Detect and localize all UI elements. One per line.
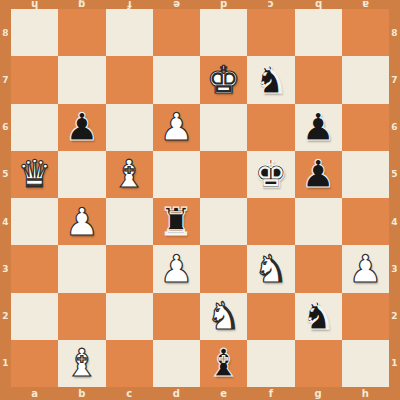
square-f2[interactable]	[247, 293, 294, 340]
file-label-top-b: b	[295, 0, 342, 9]
square-c4[interactable]	[106, 198, 153, 245]
square-g1[interactable]	[295, 340, 342, 387]
square-b3[interactable]	[58, 245, 105, 292]
chessboard: ♚︎♞︎♟︎♟︎♟︎♛︎♝︎♚︎♟︎♟︎♜︎♟︎♞︎♟︎♞︎♞︎♝︎♝︎ hgf…	[0, 0, 400, 400]
rank-label-left-2: 2	[0, 293, 11, 340]
square-a3[interactable]	[11, 245, 58, 292]
square-b4[interactable]: ♟︎	[58, 198, 105, 245]
square-e7[interactable]: ♚︎	[200, 56, 247, 103]
rank-label-right-4: 4	[389, 198, 400, 245]
square-d2[interactable]	[153, 293, 200, 340]
square-b1[interactable]: ♝︎	[58, 340, 105, 387]
rank-label-left-8: 8	[0, 9, 11, 56]
square-a8[interactable]	[11, 9, 58, 56]
square-h6[interactable]	[342, 104, 389, 151]
file-label-h: h	[342, 387, 389, 400]
square-c8[interactable]	[106, 9, 153, 56]
piece-black-knight[interactable]: ♞︎	[301, 297, 335, 335]
square-g5[interactable]: ♟︎	[295, 151, 342, 198]
square-g3[interactable]	[295, 245, 342, 292]
square-a7[interactable]	[11, 56, 58, 103]
file-label-top-d: d	[200, 0, 247, 9]
square-f1[interactable]	[247, 340, 294, 387]
rank-label-right-2: 2	[389, 293, 400, 340]
piece-black-pawn[interactable]: ♟︎	[301, 155, 335, 193]
square-h4[interactable]	[342, 198, 389, 245]
rank-label-left-4: 4	[0, 198, 11, 245]
rank-labels-left: 87654321	[0, 9, 11, 387]
square-c6[interactable]	[106, 104, 153, 151]
file-label-top-h: h	[11, 0, 58, 9]
square-h5[interactable]	[342, 151, 389, 198]
square-c2[interactable]	[106, 293, 153, 340]
square-f6[interactable]	[247, 104, 294, 151]
rank-label-right-5: 5	[389, 151, 400, 198]
piece-black-bishop[interactable]: ♝︎	[207, 344, 241, 382]
file-label-top-g: g	[58, 0, 105, 9]
piece-white-knight[interactable]: ♞︎	[254, 250, 288, 288]
square-d7[interactable]	[153, 56, 200, 103]
rank-label-right-6: 6	[389, 104, 400, 151]
square-h8[interactable]	[342, 9, 389, 56]
file-label-top-f: f	[106, 0, 153, 9]
square-a5[interactable]: ♛︎	[11, 151, 58, 198]
square-b8[interactable]	[58, 9, 105, 56]
square-h2[interactable]	[342, 293, 389, 340]
file-label-a: a	[11, 387, 58, 400]
square-f5[interactable]: ♚︎	[247, 151, 294, 198]
rank-label-right-8: 8	[389, 9, 400, 56]
square-e8[interactable]	[200, 9, 247, 56]
square-g2[interactable]: ♞︎	[295, 293, 342, 340]
square-b7[interactable]	[58, 56, 105, 103]
file-label-top-a: a	[342, 0, 389, 9]
rank-label-left-5: 5	[0, 151, 11, 198]
file-label-e: e	[200, 387, 247, 400]
piece-black-king[interactable]: ♚︎	[254, 155, 288, 193]
rank-label-left-3: 3	[0, 245, 11, 292]
square-f8[interactable]	[247, 9, 294, 56]
square-d1[interactable]	[153, 340, 200, 387]
rank-labels-right: 87654321	[389, 9, 400, 387]
square-f7[interactable]: ♞︎	[247, 56, 294, 103]
file-label-g: g	[295, 387, 342, 400]
square-f3[interactable]: ♞︎	[247, 245, 294, 292]
rank-label-left-1: 1	[0, 340, 11, 387]
piece-black-pawn[interactable]: ♟︎	[301, 108, 335, 146]
piece-white-pawn[interactable]: ♟︎	[159, 108, 193, 146]
square-e5[interactable]	[200, 151, 247, 198]
square-d6[interactable]: ♟︎	[153, 104, 200, 151]
rank-label-left-7: 7	[0, 56, 11, 103]
file-label-b: b	[58, 387, 105, 400]
file-label-top-e: e	[153, 0, 200, 9]
piece-white-pawn[interactable]: ♟︎	[65, 203, 99, 241]
square-g6[interactable]: ♟︎	[295, 104, 342, 151]
square-a1[interactable]	[11, 340, 58, 387]
square-a4[interactable]	[11, 198, 58, 245]
piece-white-pawn[interactable]: ♟︎	[348, 250, 382, 288]
square-f4[interactable]	[247, 198, 294, 245]
piece-white-bishop[interactable]: ♝︎	[65, 344, 99, 382]
square-a2[interactable]	[11, 293, 58, 340]
piece-white-knight[interactable]: ♞︎	[207, 297, 241, 335]
square-b5[interactable]	[58, 151, 105, 198]
rank-label-right-1: 1	[389, 340, 400, 387]
square-g7[interactable]	[295, 56, 342, 103]
piece-black-rook[interactable]: ♜︎	[159, 203, 193, 241]
square-h7[interactable]	[342, 56, 389, 103]
rank-label-right-7: 7	[389, 56, 400, 103]
square-h3[interactable]: ♟︎	[342, 245, 389, 292]
square-c7[interactable]	[106, 56, 153, 103]
square-c3[interactable]	[106, 245, 153, 292]
square-e2[interactable]: ♞︎	[200, 293, 247, 340]
file-label-top-c: c	[247, 0, 294, 9]
square-e4[interactable]	[200, 198, 247, 245]
square-h1[interactable]	[342, 340, 389, 387]
square-b2[interactable]	[58, 293, 105, 340]
file-label-f: f	[247, 387, 294, 400]
square-g4[interactable]	[295, 198, 342, 245]
piece-black-knight[interactable]: ♞︎	[254, 61, 288, 99]
file-label-c: c	[106, 387, 153, 400]
rank-label-right-3: 3	[389, 245, 400, 292]
square-e6[interactable]	[200, 104, 247, 151]
file-label-d: d	[153, 387, 200, 400]
file-labels-top: hgfedcba	[11, 0, 389, 9]
square-c1[interactable]	[106, 340, 153, 387]
board-grid: ♚︎♞︎♟︎♟︎♟︎♛︎♝︎♚︎♟︎♟︎♜︎♟︎♞︎♟︎♞︎♞︎♝︎♝︎	[11, 9, 389, 387]
square-d5[interactable]	[153, 151, 200, 198]
square-a6[interactable]	[11, 104, 58, 151]
piece-white-king[interactable]: ♚︎	[207, 61, 241, 99]
rank-label-left-6: 6	[0, 104, 11, 151]
square-e3[interactable]	[200, 245, 247, 292]
square-c5[interactable]: ♝︎	[106, 151, 153, 198]
piece-white-queen[interactable]: ♛︎	[18, 155, 52, 193]
piece-white-bishop[interactable]: ♝︎	[112, 155, 146, 193]
piece-black-pawn[interactable]: ♟︎	[65, 108, 99, 146]
square-d3[interactable]: ♟︎	[153, 245, 200, 292]
piece-white-pawn[interactable]: ♟︎	[159, 250, 193, 288]
file-labels-bottom: abcdefgh	[11, 387, 389, 400]
square-e1[interactable]: ♝︎	[200, 340, 247, 387]
square-d8[interactable]	[153, 9, 200, 56]
square-g8[interactable]	[295, 9, 342, 56]
square-b6[interactable]: ♟︎	[58, 104, 105, 151]
square-d4[interactable]: ♜︎	[153, 198, 200, 245]
